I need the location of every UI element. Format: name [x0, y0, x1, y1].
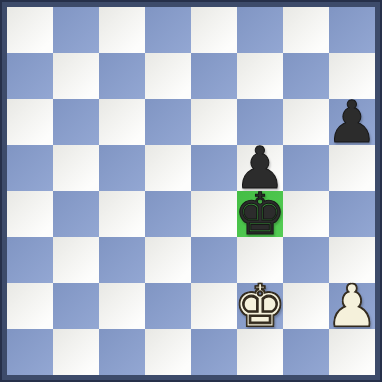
piece-white-king[interactable]: ♚: [234, 283, 286, 329]
square-e2[interactable]: [191, 283, 237, 329]
square-c3[interactable]: [99, 237, 145, 283]
square-g1[interactable]: [283, 329, 329, 375]
square-b1[interactable]: [53, 329, 99, 375]
square-c5[interactable]: [99, 145, 145, 191]
square-e1[interactable]: [191, 329, 237, 375]
square-a3[interactable]: [7, 237, 53, 283]
piece-black-pawn[interactable]: ♟: [326, 99, 378, 145]
square-a6[interactable]: [7, 99, 53, 145]
square-g4[interactable]: [283, 191, 329, 237]
square-a4[interactable]: [7, 191, 53, 237]
square-h8[interactable]: [329, 7, 375, 53]
square-b6[interactable]: [53, 99, 99, 145]
square-b2[interactable]: [53, 283, 99, 329]
square-d5[interactable]: [145, 145, 191, 191]
square-c8[interactable]: [99, 7, 145, 53]
square-h2[interactable]: ♟: [329, 283, 375, 329]
square-h4[interactable]: [329, 191, 375, 237]
square-d7[interactable]: [145, 53, 191, 99]
square-d6[interactable]: [145, 99, 191, 145]
square-e8[interactable]: [191, 7, 237, 53]
square-a8[interactable]: [7, 7, 53, 53]
square-c2[interactable]: [99, 283, 145, 329]
square-e4[interactable]: [191, 191, 237, 237]
square-d4[interactable]: [145, 191, 191, 237]
square-f2[interactable]: ♚: [237, 283, 283, 329]
square-b7[interactable]: [53, 53, 99, 99]
square-f4[interactable]: ♚: [237, 191, 283, 237]
square-h1[interactable]: [329, 329, 375, 375]
square-g5[interactable]: [283, 145, 329, 191]
square-e3[interactable]: [191, 237, 237, 283]
square-b3[interactable]: [53, 237, 99, 283]
square-g8[interactable]: [283, 7, 329, 53]
square-c1[interactable]: [99, 329, 145, 375]
square-e7[interactable]: [191, 53, 237, 99]
board-frame: ♟♟♚♚♟: [0, 0, 382, 382]
square-e5[interactable]: [191, 145, 237, 191]
square-c7[interactable]: [99, 53, 145, 99]
square-d3[interactable]: [145, 237, 191, 283]
square-g6[interactable]: [283, 99, 329, 145]
square-b5[interactable]: [53, 145, 99, 191]
square-d2[interactable]: [145, 283, 191, 329]
square-f7[interactable]: [237, 53, 283, 99]
piece-black-king[interactable]: ♚: [234, 191, 286, 237]
square-b8[interactable]: [53, 7, 99, 53]
piece-white-pawn[interactable]: ♟: [326, 283, 378, 329]
square-b4[interactable]: [53, 191, 99, 237]
square-c4[interactable]: [99, 191, 145, 237]
square-g2[interactable]: [283, 283, 329, 329]
square-a1[interactable]: [7, 329, 53, 375]
square-c6[interactable]: [99, 99, 145, 145]
square-e6[interactable]: [191, 99, 237, 145]
square-d1[interactable]: [145, 329, 191, 375]
square-a7[interactable]: [7, 53, 53, 99]
square-h6[interactable]: ♟: [329, 99, 375, 145]
chess-board: ♟♟♚♚♟: [7, 7, 375, 375]
square-f1[interactable]: [237, 329, 283, 375]
square-d8[interactable]: [145, 7, 191, 53]
square-g3[interactable]: [283, 237, 329, 283]
square-a2[interactable]: [7, 283, 53, 329]
square-g7[interactable]: [283, 53, 329, 99]
square-a5[interactable]: [7, 145, 53, 191]
square-h5[interactable]: [329, 145, 375, 191]
square-f8[interactable]: [237, 7, 283, 53]
